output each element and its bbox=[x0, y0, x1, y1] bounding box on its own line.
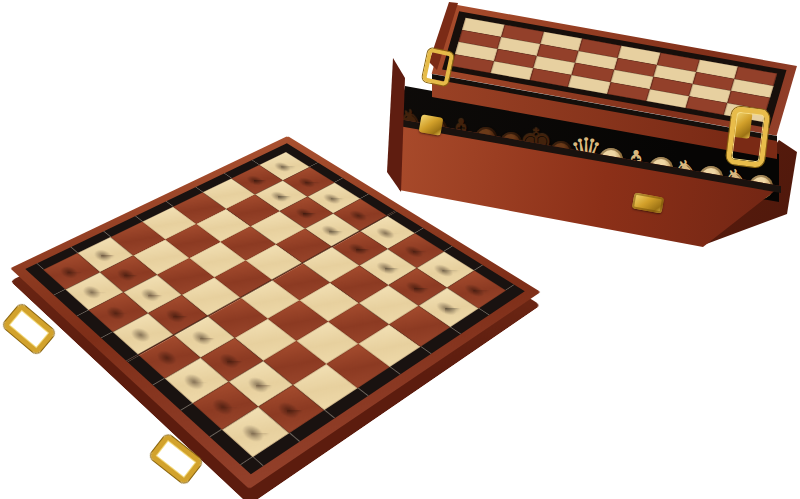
box-main-clasp-hoop-icon bbox=[726, 106, 771, 168]
product-photo-scene: ♞♝♚♛♝♞♞ ♜♞♝♛♚♝♞♜♟♟♟♟♟♟♟♟♟♟♟♟♟♟♟♟♜♞♝♛♚♝ bbox=[0, 0, 800, 499]
light-r-piece: ♜ bbox=[204, 378, 296, 439]
board-grid: ♜♞♝♛♚♝♞♜♟♟♟♟♟♟♟♟♟♟♟♟♟♟♟♟♜♞♝♛♚♝♞♜ bbox=[43, 152, 506, 457]
box-left-clasp-plate-icon bbox=[419, 114, 444, 136]
dark-p-piece: ♟ bbox=[404, 270, 485, 313]
